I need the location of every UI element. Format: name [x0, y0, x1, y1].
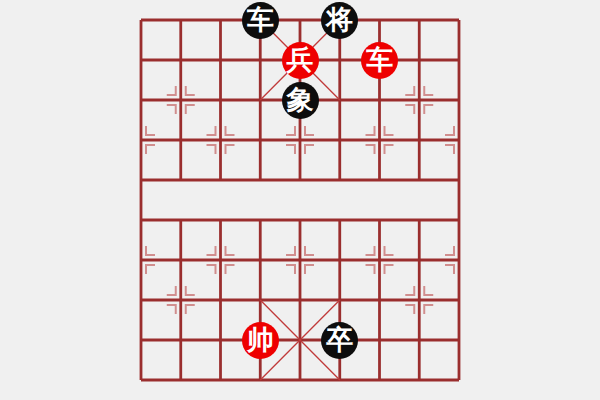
- intersection-f7-r4[interactable]: [399, 160, 439, 200]
- intersection-f6-r1[interactable]: 车: [360, 40, 400, 80]
- intersection-f2-r3[interactable]: [201, 120, 241, 160]
- intersection-f1-r6[interactable]: [161, 240, 201, 280]
- intersection-f8-r2[interactable]: [439, 80, 479, 120]
- piece-red-soldier[interactable]: 兵: [282, 42, 319, 79]
- intersection-f4-r3[interactable]: [280, 120, 320, 160]
- intersection-f2-r7[interactable]: [201, 280, 241, 320]
- intersection-f1-r3[interactable]: [161, 120, 201, 160]
- intersection-f2-r9[interactable]: [201, 360, 241, 400]
- intersection-f7-r6[interactable]: [399, 240, 439, 280]
- intersection-f8-r7[interactable]: [439, 280, 479, 320]
- intersection-f0-r8[interactable]: [121, 320, 161, 360]
- intersection-f5-r8[interactable]: 卒: [320, 320, 360, 360]
- intersection-f3-r2[interactable]: [240, 80, 280, 120]
- intersection-f4-r7[interactable]: [280, 280, 320, 320]
- intersection-f6-r6[interactable]: [360, 240, 400, 280]
- board-intersections: 车将兵车象帅卒: [121, 0, 479, 400]
- intersection-f4-r4[interactable]: [280, 160, 320, 200]
- intersection-f2-r6[interactable]: [201, 240, 241, 280]
- intersection-f7-r7[interactable]: [399, 280, 439, 320]
- intersection-f8-r3[interactable]: [439, 120, 479, 160]
- intersection-f0-r7[interactable]: [121, 280, 161, 320]
- intersection-f2-r4[interactable]: [201, 160, 241, 200]
- intersection-f3-r4[interactable]: [240, 160, 280, 200]
- intersection-f0-r0[interactable]: [121, 0, 161, 40]
- piece-black-chariot[interactable]: 车: [242, 2, 279, 39]
- intersection-f2-r2[interactable]: [201, 80, 241, 120]
- piece-black-soldier[interactable]: 卒: [321, 322, 358, 359]
- piece-black-general[interactable]: 将: [321, 2, 358, 39]
- intersection-f6-r3[interactable]: [360, 120, 400, 160]
- intersection-f4-r0[interactable]: [280, 0, 320, 40]
- intersection-f6-r7[interactable]: [360, 280, 400, 320]
- intersection-f5-r0[interactable]: 将: [320, 0, 360, 40]
- intersection-f3-r7[interactable]: [240, 280, 280, 320]
- intersection-f8-r1[interactable]: [439, 40, 479, 80]
- intersection-f5-r5[interactable]: [320, 200, 360, 240]
- intersection-f7-r5[interactable]: [399, 200, 439, 240]
- intersection-f6-r0[interactable]: [360, 0, 400, 40]
- intersection-f5-r4[interactable]: [320, 160, 360, 200]
- xiangqi-board: 车将兵车象帅卒: [0, 0, 600, 400]
- intersection-f2-r1[interactable]: [201, 40, 241, 80]
- intersection-f5-r9[interactable]: [320, 360, 360, 400]
- intersection-f1-r0[interactable]: [161, 0, 201, 40]
- intersection-f8-r0[interactable]: [439, 0, 479, 40]
- intersection-f5-r1[interactable]: [320, 40, 360, 80]
- intersection-f1-r4[interactable]: [161, 160, 201, 200]
- intersection-f7-r2[interactable]: [399, 80, 439, 120]
- intersection-f5-r2[interactable]: [320, 80, 360, 120]
- intersection-f1-r1[interactable]: [161, 40, 201, 80]
- intersection-f7-r8[interactable]: [399, 320, 439, 360]
- piece-red-chariot[interactable]: 车: [361, 42, 398, 79]
- intersection-f4-r6[interactable]: [280, 240, 320, 280]
- intersection-f6-r2[interactable]: [360, 80, 400, 120]
- intersection-f0-r1[interactable]: [121, 40, 161, 80]
- intersection-f1-r8[interactable]: [161, 320, 201, 360]
- intersection-f6-r5[interactable]: [360, 200, 400, 240]
- intersection-f3-r8[interactable]: 帅: [240, 320, 280, 360]
- intersection-f0-r6[interactable]: [121, 240, 161, 280]
- intersection-f7-r9[interactable]: [399, 360, 439, 400]
- intersection-f2-r0[interactable]: [201, 0, 241, 40]
- intersection-f0-r3[interactable]: [121, 120, 161, 160]
- intersection-f8-r9[interactable]: [439, 360, 479, 400]
- intersection-f4-r8[interactable]: [280, 320, 320, 360]
- intersection-f5-r7[interactable]: [320, 280, 360, 320]
- intersection-f1-r2[interactable]: [161, 80, 201, 120]
- intersection-f0-r5[interactable]: [121, 200, 161, 240]
- intersection-f5-r6[interactable]: [320, 240, 360, 280]
- intersection-f8-r6[interactable]: [439, 240, 479, 280]
- intersection-f3-r0[interactable]: 车: [240, 0, 280, 40]
- piece-black-elephant[interactable]: 象: [282, 82, 319, 119]
- intersection-f3-r9[interactable]: [240, 360, 280, 400]
- intersection-f5-r3[interactable]: [320, 120, 360, 160]
- intersection-f4-r5[interactable]: [280, 200, 320, 240]
- intersection-f2-r5[interactable]: [201, 200, 241, 240]
- piece-red-general[interactable]: 帅: [242, 322, 279, 359]
- intersection-f7-r3[interactable]: [399, 120, 439, 160]
- intersection-f4-r9[interactable]: [280, 360, 320, 400]
- intersection-f0-r9[interactable]: [121, 360, 161, 400]
- intersection-f2-r8[interactable]: [201, 320, 241, 360]
- intersection-f4-r1[interactable]: 兵: [280, 40, 320, 80]
- intersection-f6-r4[interactable]: [360, 160, 400, 200]
- intersection-f7-r1[interactable]: [399, 40, 439, 80]
- intersection-f6-r8[interactable]: [360, 320, 400, 360]
- intersection-f1-r7[interactable]: [161, 280, 201, 320]
- intersection-f6-r9[interactable]: [360, 360, 400, 400]
- intersection-f3-r1[interactable]: [240, 40, 280, 80]
- intersection-f1-r5[interactable]: [161, 200, 201, 240]
- intersection-f8-r4[interactable]: [439, 160, 479, 200]
- intersection-f1-r9[interactable]: [161, 360, 201, 400]
- intersection-f0-r4[interactable]: [121, 160, 161, 200]
- intersection-f8-r5[interactable]: [439, 200, 479, 240]
- intersection-f7-r0[interactable]: [399, 0, 439, 40]
- intersection-f4-r2[interactable]: 象: [280, 80, 320, 120]
- intersection-f8-r8[interactable]: [439, 320, 479, 360]
- intersection-f3-r6[interactable]: [240, 240, 280, 280]
- intersection-f0-r2[interactable]: [121, 80, 161, 120]
- intersection-f3-r3[interactable]: [240, 120, 280, 160]
- intersection-f3-r5[interactable]: [240, 200, 280, 240]
